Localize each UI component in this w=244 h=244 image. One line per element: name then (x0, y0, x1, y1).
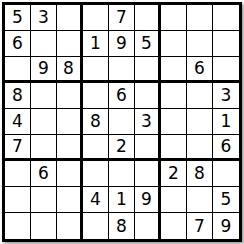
cell-r8c1[interactable] (5, 187, 31, 213)
cell-r9c4[interactable] (83, 213, 109, 239)
cell-r7c5[interactable] (109, 161, 135, 187)
cell-r5c6[interactable]: 3 (135, 109, 161, 135)
cell-r4c8[interactable] (187, 83, 213, 109)
cell-r6c8[interactable] (187, 135, 213, 161)
cell-r1c9[interactable] (213, 5, 239, 31)
cell-r9c3[interactable] (57, 213, 83, 239)
cell-r3c5[interactable] (109, 57, 135, 83)
cell-r4c2[interactable] (31, 83, 57, 109)
cell-r7c7[interactable]: 2 (161, 161, 187, 187)
cell-r5c8[interactable] (187, 109, 213, 135)
cell-r4c9[interactable]: 3 (213, 83, 239, 109)
cell-r1c2[interactable]: 3 (31, 5, 57, 31)
cell-r5c2[interactable] (31, 109, 57, 135)
cell-r8c2[interactable] (31, 187, 57, 213)
cell-r2c1[interactable]: 6 (5, 31, 31, 57)
cell-r8c4[interactable]: 4 (83, 187, 109, 213)
cell-r6c6[interactable] (135, 135, 161, 161)
cell-r9c7[interactable] (161, 213, 187, 239)
cell-r9c6[interactable] (135, 213, 161, 239)
cell-r8c8[interactable] (187, 187, 213, 213)
cell-r2c3[interactable] (57, 31, 83, 57)
cell-r8c9[interactable]: 5 (213, 187, 239, 213)
cell-r4c4[interactable] (83, 83, 109, 109)
cell-r5c1[interactable]: 4 (5, 109, 31, 135)
cell-r3c4[interactable] (83, 57, 109, 83)
cell-r7c6[interactable] (135, 161, 161, 187)
cell-r5c5[interactable] (109, 109, 135, 135)
cell-r4c7[interactable] (161, 83, 187, 109)
cell-r8c3[interactable] (57, 187, 83, 213)
cell-r3c8[interactable]: 6 (187, 57, 213, 83)
cell-r5c3[interactable] (57, 109, 83, 135)
cell-r3c2[interactable]: 9 (31, 57, 57, 83)
sudoku-board: 537619598686348317266284195879 (2, 2, 242, 242)
cell-r2c5[interactable]: 9 (109, 31, 135, 57)
cell-r1c3[interactable] (57, 5, 83, 31)
cell-r9c1[interactable] (5, 213, 31, 239)
cell-r7c8[interactable]: 8 (187, 161, 213, 187)
cell-r8c7[interactable] (161, 187, 187, 213)
cell-r6c4[interactable] (83, 135, 109, 161)
cell-r5c9[interactable]: 1 (213, 109, 239, 135)
cell-r1c5[interactable]: 7 (109, 5, 135, 31)
cell-r7c4[interactable] (83, 161, 109, 187)
cell-r9c9[interactable]: 9 (213, 213, 239, 239)
cell-r5c7[interactable] (161, 109, 187, 135)
cell-r2c8[interactable] (187, 31, 213, 57)
cell-r2c9[interactable] (213, 31, 239, 57)
cell-r9c8[interactable]: 7 (187, 213, 213, 239)
cell-r1c4[interactable] (83, 5, 109, 31)
cell-r2c7[interactable] (161, 31, 187, 57)
cell-r6c3[interactable] (57, 135, 83, 161)
cell-r4c6[interactable] (135, 83, 161, 109)
cell-r9c2[interactable] (31, 213, 57, 239)
cell-r6c9[interactable]: 6 (213, 135, 239, 161)
cell-r3c6[interactable] (135, 57, 161, 83)
cell-r1c8[interactable] (187, 5, 213, 31)
cell-r7c2[interactable]: 6 (31, 161, 57, 187)
cell-r4c3[interactable] (57, 83, 83, 109)
cell-r3c7[interactable] (161, 57, 187, 83)
cell-r6c1[interactable]: 7 (5, 135, 31, 161)
cell-r7c3[interactable] (57, 161, 83, 187)
cell-r2c4[interactable]: 1 (83, 31, 109, 57)
cell-r4c5[interactable]: 6 (109, 83, 135, 109)
cell-r3c1[interactable] (5, 57, 31, 83)
cell-r2c2[interactable] (31, 31, 57, 57)
cell-r6c7[interactable] (161, 135, 187, 161)
cell-r6c5[interactable]: 2 (109, 135, 135, 161)
page: 537619598686348317266284195879 (0, 0, 244, 244)
cell-r4c1[interactable]: 8 (5, 83, 31, 109)
cell-r5c4[interactable]: 8 (83, 109, 109, 135)
cell-r1c6[interactable] (135, 5, 161, 31)
cell-r2c6[interactable]: 5 (135, 31, 161, 57)
cell-r8c5[interactable]: 1 (109, 187, 135, 213)
cell-r3c9[interactable] (213, 57, 239, 83)
cell-r6c2[interactable] (31, 135, 57, 161)
cell-r1c7[interactable] (161, 5, 187, 31)
cell-r7c1[interactable] (5, 161, 31, 187)
cell-r9c5[interactable]: 8 (109, 213, 135, 239)
cell-r7c9[interactable] (213, 161, 239, 187)
cell-r3c3[interactable]: 8 (57, 57, 83, 83)
cell-r1c1[interactable]: 5 (5, 5, 31, 31)
cell-r8c6[interactable]: 9 (135, 187, 161, 213)
